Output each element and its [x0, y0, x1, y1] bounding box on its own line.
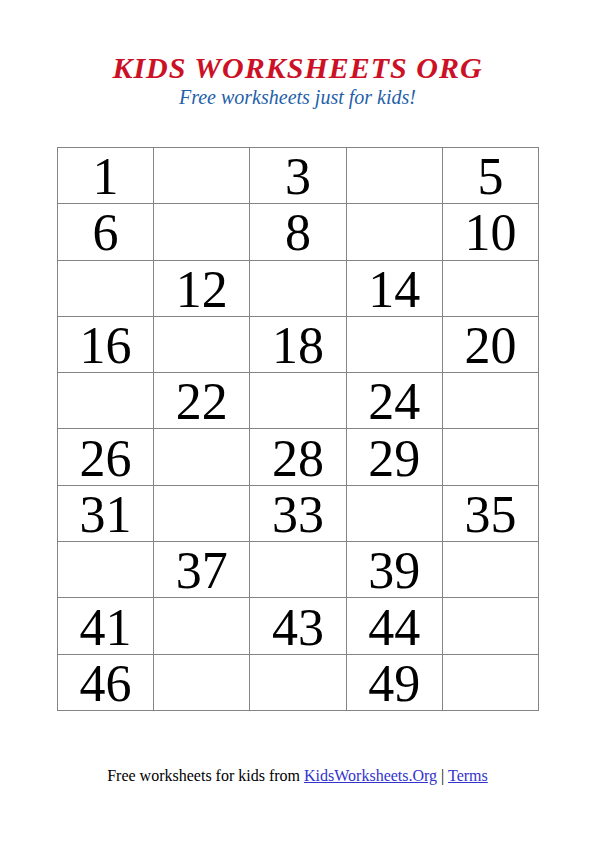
grid-cell-number-r8c2: 37: [154, 542, 250, 598]
grid-cell-blank-r1c2: [154, 148, 250, 204]
grid-cell-blank-r1c4: [347, 148, 443, 204]
grid-cell-blank-r8c5: [443, 542, 539, 598]
grid-cell-number-r2c1: 6: [58, 204, 154, 260]
grid-cell-blank-r5c3: [250, 373, 346, 429]
grid-cell-blank-r2c4: [347, 204, 443, 260]
footer-link-kidsworksheets[interactable]: KidsWorksheets.Org: [304, 767, 437, 784]
grid-cell-number-r5c2: 22: [154, 373, 250, 429]
grid-cell-blank-r3c1: [58, 261, 154, 317]
grid-cell-number-r6c4: 29: [347, 429, 443, 485]
footer-separator: |: [437, 767, 448, 784]
grid-cell-number-r7c1: 31: [58, 486, 154, 542]
grid-cell-number-r5c4: 24: [347, 373, 443, 429]
grid-cell-blank-r3c5: [443, 261, 539, 317]
grid-cell-number-r4c1: 16: [58, 317, 154, 373]
number-grid: 1356810121416182022242628293133353739414…: [57, 147, 539, 711]
grid-cell-blank-r7c2: [154, 486, 250, 542]
grid-cell-number-r9c4: 44: [347, 598, 443, 654]
grid-cell-number-r1c5: 5: [443, 148, 539, 204]
worksheet-page: KIDS WORKSHEETS ORG Free worksheets just…: [0, 0, 595, 842]
grid-cell-blank-r6c2: [154, 429, 250, 485]
grid-cell-blank-r7c4: [347, 486, 443, 542]
footer-text: Free worksheets for kids from: [107, 767, 304, 784]
grid-cell-number-r10c4: 49: [347, 655, 443, 711]
grid-cell-blank-r4c2: [154, 317, 250, 373]
grid-cell-number-r2c5: 10: [443, 204, 539, 260]
footer: Free worksheets for kids from KidsWorksh…: [0, 767, 595, 785]
grid-cell-blank-r10c5: [443, 655, 539, 711]
grid-cell-number-r6c1: 26: [58, 429, 154, 485]
grid-cell-blank-r10c2: [154, 655, 250, 711]
grid-cell-number-r4c5: 20: [443, 317, 539, 373]
grid-cell-blank-r2c2: [154, 204, 250, 260]
footer-link-terms[interactable]: Terms: [448, 767, 488, 784]
grid-cell-number-r10c1: 46: [58, 655, 154, 711]
grid-cell-number-r1c1: 1: [58, 148, 154, 204]
worksheet-title: KIDS WORKSHEETS ORG: [0, 52, 595, 84]
grid-cell-number-r6c3: 28: [250, 429, 346, 485]
grid-cell-number-r4c3: 18: [250, 317, 346, 373]
grid-cell-number-r3c2: 12: [154, 261, 250, 317]
worksheet-subtitle: Free worksheets just for kids!: [0, 87, 595, 108]
grid-cell-blank-r8c1: [58, 542, 154, 598]
grid-cell-blank-r8c3: [250, 542, 346, 598]
grid-cell-blank-r5c5: [443, 373, 539, 429]
grid-cell-number-r9c1: 41: [58, 598, 154, 654]
grid-cell-blank-r3c3: [250, 261, 346, 317]
grid-cell-number-r7c3: 33: [250, 486, 346, 542]
grid-cell-blank-r5c1: [58, 373, 154, 429]
grid-cell-blank-r6c5: [443, 429, 539, 485]
grid-cell-number-r7c5: 35: [443, 486, 539, 542]
grid-cell-number-r2c3: 8: [250, 204, 346, 260]
grid-cell-number-r1c3: 3: [250, 148, 346, 204]
grid-cell-blank-r10c3: [250, 655, 346, 711]
grid-cell-blank-r4c4: [347, 317, 443, 373]
grid-cell-number-r8c4: 39: [347, 542, 443, 598]
grid-cell-number-r9c3: 43: [250, 598, 346, 654]
grid-cell-number-r3c4: 14: [347, 261, 443, 317]
grid-cell-blank-r9c2: [154, 598, 250, 654]
grid-cell-blank-r9c5: [443, 598, 539, 654]
